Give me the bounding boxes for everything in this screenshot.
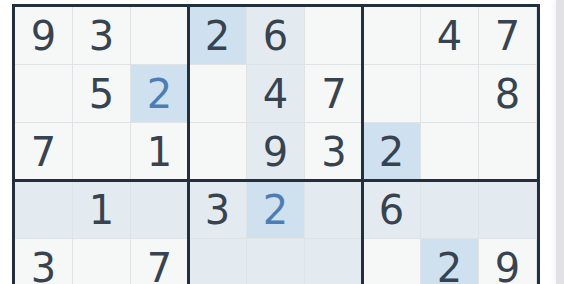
cell-r3c7[interactable]: 2 [363,123,421,181]
cell-r1c7[interactable] [363,7,421,65]
page-edge-strip [556,0,564,284]
cell-r3c9[interactable] [479,123,537,181]
cell-r4c5[interactable]: 2 [247,181,305,239]
box-divider-vertical-left [187,7,190,284]
cell-r4c6[interactable] [305,181,363,239]
cell-r5c3[interactable]: 7 [131,239,189,284]
cell-r4c3[interactable] [131,181,189,239]
box-divider-vertical-right [361,7,364,284]
cell-r2c4[interactable] [189,65,247,123]
cell-r5c1[interactable]: 3 [15,239,73,284]
cell-r1c2[interactable]: 3 [73,7,131,65]
cell-r3c1[interactable]: 7 [15,123,73,181]
cell-r2c8[interactable] [421,65,479,123]
cell-r3c4[interactable] [189,123,247,181]
cell-r3c6[interactable]: 3 [305,123,363,181]
cell-r4c8[interactable] [421,181,479,239]
cell-r5c7[interactable] [363,239,421,284]
cell-r2c9[interactable]: 8 [479,65,537,123]
cell-r3c2[interactable] [73,123,131,181]
cell-r5c6[interactable] [305,239,363,284]
cell-r2c2[interactable]: 5 [73,65,131,123]
cell-r5c4[interactable] [189,239,247,284]
cell-r5c5[interactable] [247,239,305,284]
cell-r1c5[interactable]: 6 [247,7,305,65]
cell-r1c9[interactable]: 7 [479,7,537,65]
cell-r1c8[interactable]: 4 [421,7,479,65]
cell-r1c1[interactable]: 9 [15,7,73,65]
cell-r2c6[interactable]: 7 [305,65,363,123]
cell-r2c7[interactable] [363,65,421,123]
cell-r4c7[interactable]: 6 [363,181,421,239]
sudoku-board: 932647524787193213263729 [12,4,540,284]
cell-r1c4[interactable]: 2 [189,7,247,65]
cell-r4c2[interactable]: 1 [73,181,131,239]
cell-r2c3[interactable]: 2 [131,65,189,123]
cell-r3c3[interactable]: 1 [131,123,189,181]
sudoku-app-screen: 932647524787193213263729 [0,0,564,284]
cell-r5c8[interactable]: 2 [421,239,479,284]
cell-r4c1[interactable] [15,181,73,239]
cell-r2c5[interactable]: 4 [247,65,305,123]
box-divider-horizontal [15,179,537,182]
sudoku-grid: 932647524787193213263729 [15,7,537,284]
cell-r5c2[interactable] [73,239,131,284]
cell-r3c5[interactable]: 9 [247,123,305,181]
cell-r4c4[interactable]: 3 [189,181,247,239]
cell-r2c1[interactable] [15,65,73,123]
cell-r5c9[interactable]: 9 [479,239,537,284]
cell-r4c9[interactable] [479,181,537,239]
cell-r3c8[interactable] [421,123,479,181]
cell-r1c3[interactable] [131,7,189,65]
cell-r1c6[interactable] [305,7,363,65]
